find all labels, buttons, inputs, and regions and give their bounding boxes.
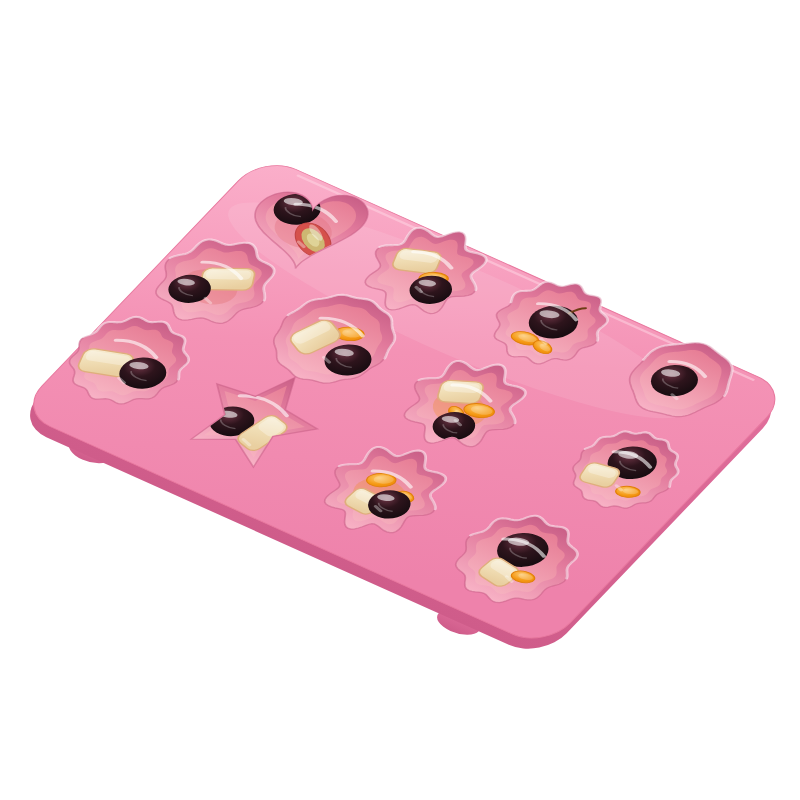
silicone-mold-tray bbox=[0, 148, 800, 712]
product-photo bbox=[0, 0, 800, 800]
